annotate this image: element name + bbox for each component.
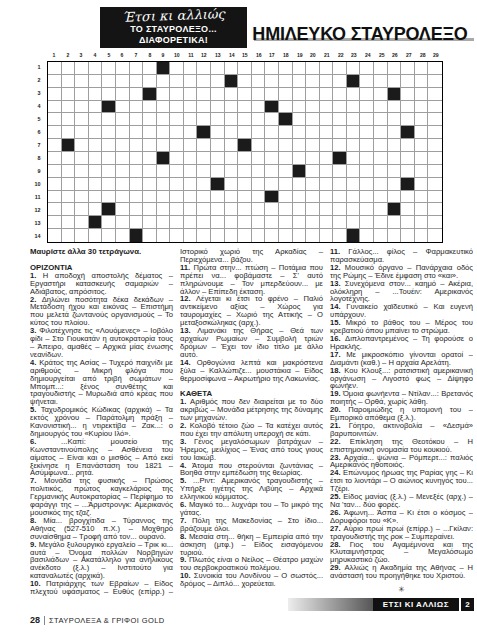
white-cell[interactable] [401,113,415,126]
white-cell[interactable] [347,165,361,178]
white-cell[interactable] [157,126,171,139]
white-cell[interactable] [415,203,429,216]
white-cell[interactable] [415,191,429,204]
white-cell[interactable] [306,203,320,216]
white-cell[interactable] [170,126,184,139]
white-cell[interactable] [238,152,252,165]
white-cell[interactable] [428,191,442,204]
white-cell[interactable] [211,113,225,126]
white-cell[interactable] [415,113,429,126]
white-cell[interactable] [415,88,429,101]
white-cell[interactable] [62,191,76,204]
white-cell[interactable] [320,178,334,191]
white-cell[interactable] [388,126,402,139]
white-cell[interactable] [293,203,307,216]
white-cell[interactable] [374,126,388,139]
white-cell[interactable] [75,216,89,229]
white-cell[interactable] [130,165,144,178]
white-cell[interactable] [252,139,266,152]
white-cell[interactable] [428,113,442,126]
white-cell[interactable] [320,152,334,165]
white-cell[interactable] [157,113,171,126]
white-cell[interactable] [238,126,252,139]
white-cell[interactable] [197,203,211,216]
white-cell[interactable] [116,229,130,242]
white-cell[interactable] [116,88,130,101]
white-cell[interactable] [102,191,116,204]
white-cell[interactable] [211,203,225,216]
white-cell[interactable] [306,75,320,88]
white-cell[interactable] [265,152,279,165]
white-cell[interactable] [197,216,211,229]
white-cell[interactable] [102,88,116,101]
white-cell[interactable] [143,75,157,88]
white-cell[interactable] [320,113,334,126]
white-cell[interactable] [211,191,225,204]
white-cell[interactable] [211,62,225,75]
white-cell[interactable] [225,178,239,191]
white-cell[interactable] [374,216,388,229]
white-cell[interactable] [415,216,429,229]
white-cell[interactable] [89,113,103,126]
white-cell[interactable] [347,191,361,204]
white-cell[interactable] [374,191,388,204]
white-cell[interactable] [252,88,266,101]
white-cell[interactable] [89,88,103,101]
white-cell[interactable] [360,88,374,101]
white-cell[interactable] [143,178,157,191]
white-cell[interactable] [347,126,361,139]
white-cell[interactable] [48,165,62,178]
white-cell[interactable] [252,113,266,126]
white-cell[interactable] [333,178,347,191]
white-cell[interactable] [157,88,171,101]
white-cell[interactable] [197,101,211,114]
white-cell[interactable] [157,139,171,152]
white-cell[interactable] [130,139,144,152]
white-cell[interactable] [89,139,103,152]
white-cell[interactable] [170,62,184,75]
white-cell[interactable] [211,75,225,88]
white-cell[interactable] [347,139,361,152]
white-cell[interactable] [116,178,130,191]
white-cell[interactable] [62,75,76,88]
white-cell[interactable] [265,229,279,242]
white-cell[interactable] [184,75,198,88]
white-cell[interactable] [401,191,415,204]
white-cell[interactable] [415,178,429,191]
white-cell[interactable] [130,152,144,165]
white-cell[interactable] [265,178,279,191]
white-cell[interactable] [184,178,198,191]
white-cell[interactable] [48,113,62,126]
white-cell[interactable] [225,126,239,139]
white-cell[interactable] [293,152,307,165]
white-cell[interactable] [116,203,130,216]
white-cell[interactable] [211,165,225,178]
white-cell[interactable] [415,139,429,152]
white-cell[interactable] [89,75,103,88]
white-cell[interactable] [75,229,89,242]
white-cell[interactable] [374,178,388,191]
white-cell[interactable] [293,139,307,152]
white-cell[interactable] [238,216,252,229]
white-cell[interactable] [211,152,225,165]
white-cell[interactable] [279,75,293,88]
white-cell[interactable] [428,178,442,191]
white-cell[interactable] [48,139,62,152]
white-cell[interactable] [347,216,361,229]
white-cell[interactable] [428,126,442,139]
white-cell[interactable] [401,216,415,229]
white-cell[interactable] [225,101,239,114]
white-cell[interactable] [415,126,429,139]
white-cell[interactable] [211,229,225,242]
white-cell[interactable] [48,75,62,88]
white-cell[interactable] [252,62,266,75]
white-cell[interactable] [89,178,103,191]
white-cell[interactable] [428,216,442,229]
white-cell[interactable] [374,101,388,114]
white-cell[interactable] [306,126,320,139]
white-cell[interactable] [211,216,225,229]
white-cell[interactable] [238,229,252,242]
white-cell[interactable] [211,88,225,101]
white-cell[interactable] [157,101,171,114]
white-cell[interactable] [102,152,116,165]
white-cell[interactable] [252,75,266,88]
white-cell[interactable] [75,126,89,139]
white-cell[interactable] [211,139,225,152]
white-cell[interactable] [238,178,252,191]
white-cell[interactable] [89,101,103,114]
white-cell[interactable] [265,203,279,216]
white-cell[interactable] [184,139,198,152]
white-cell[interactable] [333,216,347,229]
white-cell[interactable] [401,203,415,216]
white-cell[interactable] [333,113,347,126]
white-cell[interactable] [279,152,293,165]
white-cell[interactable] [102,178,116,191]
white-cell[interactable] [374,165,388,178]
white-cell[interactable] [170,216,184,229]
white-cell[interactable] [225,203,239,216]
white-cell[interactable] [116,75,130,88]
white-cell[interactable] [102,62,116,75]
white-cell[interactable] [347,101,361,114]
white-cell[interactable] [197,152,211,165]
white-cell[interactable] [170,113,184,126]
white-cell[interactable] [130,216,144,229]
white-cell[interactable] [293,229,307,242]
white-cell[interactable] [333,165,347,178]
white-cell[interactable] [306,229,320,242]
white-cell[interactable] [238,191,252,204]
white-cell[interactable] [320,203,334,216]
white-cell[interactable] [374,62,388,75]
white-cell[interactable] [265,62,279,75]
white-cell[interactable] [428,88,442,101]
white-cell[interactable] [197,229,211,242]
white-cell[interactable] [320,88,334,101]
white-cell[interactable] [333,203,347,216]
white-cell[interactable] [293,88,307,101]
white-cell[interactable] [428,203,442,216]
white-cell[interactable] [293,178,307,191]
white-cell[interactable] [102,113,116,126]
white-cell[interactable] [116,113,130,126]
white-cell[interactable] [360,75,374,88]
white-cell[interactable] [170,139,184,152]
white-cell[interactable] [143,165,157,178]
white-cell[interactable] [211,101,225,114]
white-cell[interactable] [293,191,307,204]
white-cell[interactable] [184,165,198,178]
white-cell[interactable] [347,152,361,165]
white-cell[interactable] [347,178,361,191]
white-cell[interactable] [197,178,211,191]
white-cell[interactable] [184,191,198,204]
white-cell[interactable] [75,191,89,204]
white-cell[interactable] [130,191,144,204]
white-cell[interactable] [143,203,157,216]
white-cell[interactable] [184,203,198,216]
white-cell[interactable] [333,229,347,242]
white-cell[interactable] [415,62,429,75]
white-cell[interactable] [252,152,266,165]
white-cell[interactable] [388,216,402,229]
white-cell[interactable] [48,216,62,229]
white-cell[interactable] [184,113,198,126]
white-cell[interactable] [197,165,211,178]
white-cell[interactable] [143,152,157,165]
white-cell[interactable] [279,229,293,242]
white-cell[interactable] [184,88,198,101]
white-cell[interactable] [157,75,171,88]
white-cell[interactable] [401,101,415,114]
white-cell[interactable] [170,203,184,216]
white-cell[interactable] [333,88,347,101]
white-cell[interactable] [428,75,442,88]
white-cell[interactable] [48,178,62,191]
white-cell[interactable] [279,126,293,139]
white-cell[interactable] [293,216,307,229]
white-cell[interactable] [62,152,76,165]
white-cell[interactable] [428,229,442,242]
white-cell[interactable] [388,113,402,126]
white-cell[interactable] [388,62,402,75]
white-cell[interactable] [360,203,374,216]
white-cell[interactable] [130,101,144,114]
white-cell[interactable] [62,101,76,114]
white-cell[interactable] [116,152,130,165]
white-cell[interactable] [333,191,347,204]
white-cell[interactable] [48,101,62,114]
white-cell[interactable] [374,88,388,101]
white-cell[interactable] [225,216,239,229]
white-cell[interactable] [143,139,157,152]
white-cell[interactable] [306,152,320,165]
white-cell[interactable] [225,229,239,242]
white-cell[interactable] [48,88,62,101]
white-cell[interactable] [130,88,144,101]
white-cell[interactable] [401,75,415,88]
white-cell[interactable] [225,165,239,178]
white-cell[interactable] [62,88,76,101]
white-cell[interactable] [157,178,171,191]
white-cell[interactable] [157,229,171,242]
white-cell[interactable] [293,126,307,139]
white-cell[interactable] [415,229,429,242]
white-cell[interactable] [116,191,130,204]
white-cell[interactable] [197,88,211,101]
white-cell[interactable] [197,75,211,88]
white-cell[interactable] [388,165,402,178]
white-cell[interactable] [320,75,334,88]
white-cell[interactable] [143,216,157,229]
white-cell[interactable] [428,139,442,152]
white-cell[interactable] [320,126,334,139]
white-cell[interactable] [48,126,62,139]
white-cell[interactable] [89,191,103,204]
white-cell[interactable] [265,165,279,178]
white-cell[interactable] [415,165,429,178]
white-cell[interactable] [143,62,157,75]
white-cell[interactable] [374,139,388,152]
white-cell[interactable] [401,152,415,165]
white-cell[interactable] [62,216,76,229]
white-cell[interactable] [306,88,320,101]
white-cell[interactable] [130,126,144,139]
white-cell[interactable] [157,203,171,216]
white-cell[interactable] [320,139,334,152]
white-cell[interactable] [306,101,320,114]
white-cell[interactable] [415,101,429,114]
white-cell[interactable] [102,139,116,152]
white-cell[interactable] [347,203,361,216]
white-cell[interactable] [252,126,266,139]
white-cell[interactable] [130,203,144,216]
white-cell[interactable] [252,229,266,242]
white-cell[interactable] [116,62,130,75]
white-cell[interactable] [279,139,293,152]
white-cell[interactable] [388,101,402,114]
white-cell[interactable] [62,165,76,178]
white-cell[interactable] [75,88,89,101]
white-cell[interactable] [279,101,293,114]
white-cell[interactable] [306,178,320,191]
white-cell[interactable] [252,203,266,216]
white-cell[interactable] [75,152,89,165]
white-cell[interactable] [102,126,116,139]
white-cell[interactable] [89,229,103,242]
white-cell[interactable] [238,88,252,101]
white-cell[interactable] [102,229,116,242]
white-cell[interactable] [320,191,334,204]
white-cell[interactable] [89,126,103,139]
white-cell[interactable] [333,126,347,139]
white-cell[interactable] [374,152,388,165]
white-cell[interactable] [143,191,157,204]
white-cell[interactable] [62,126,76,139]
white-cell[interactable] [184,101,198,114]
white-cell[interactable] [265,88,279,101]
white-cell[interactable] [197,62,211,75]
white-cell[interactable] [252,191,266,204]
white-cell[interactable] [428,101,442,114]
white-cell[interactable] [62,113,76,126]
white-cell[interactable] [401,229,415,242]
white-cell[interactable] [279,216,293,229]
white-cell[interactable] [48,229,62,242]
white-cell[interactable] [89,152,103,165]
white-cell[interactable] [265,216,279,229]
white-cell[interactable] [279,88,293,101]
white-cell[interactable] [184,126,198,139]
white-cell[interactable] [360,191,374,204]
white-cell[interactable] [347,88,361,101]
white-cell[interactable] [293,101,307,114]
white-cell[interactable] [333,75,347,88]
white-cell[interactable] [225,88,239,101]
white-cell[interactable] [320,229,334,242]
white-cell[interactable] [225,152,239,165]
white-cell[interactable] [360,178,374,191]
white-cell[interactable] [184,229,198,242]
white-cell[interactable] [62,62,76,75]
white-cell[interactable] [48,62,62,75]
white-cell[interactable] [170,152,184,165]
white-cell[interactable] [306,216,320,229]
white-cell[interactable] [320,216,334,229]
white-cell[interactable] [333,139,347,152]
white-cell[interactable] [265,113,279,126]
white-cell[interactable] [48,191,62,204]
white-cell[interactable] [238,203,252,216]
white-cell[interactable] [75,75,89,88]
white-cell[interactable] [401,139,415,152]
white-cell[interactable] [238,113,252,126]
white-cell[interactable] [102,165,116,178]
white-cell[interactable] [347,62,361,75]
white-cell[interactable] [306,62,320,75]
white-cell[interactable] [293,113,307,126]
white-cell[interactable] [184,62,198,75]
white-cell[interactable] [415,75,429,88]
white-cell[interactable] [102,216,116,229]
white-cell[interactable] [75,203,89,216]
white-cell[interactable] [388,229,402,242]
white-cell[interactable] [75,113,89,126]
white-cell[interactable] [225,139,239,152]
white-cell[interactable] [225,191,239,204]
white-cell[interactable] [75,165,89,178]
white-cell[interactable] [360,152,374,165]
white-cell[interactable] [388,75,402,88]
white-cell[interactable] [116,216,130,229]
white-cell[interactable] [130,75,144,88]
white-cell[interactable] [320,62,334,75]
white-cell[interactable] [428,152,442,165]
white-cell[interactable] [170,229,184,242]
white-cell[interactable] [89,165,103,178]
white-cell[interactable] [279,203,293,216]
white-cell[interactable] [75,178,89,191]
white-cell[interactable] [360,62,374,75]
white-cell[interactable] [170,165,184,178]
white-cell[interactable] [265,75,279,88]
white-cell[interactable] [157,216,171,229]
